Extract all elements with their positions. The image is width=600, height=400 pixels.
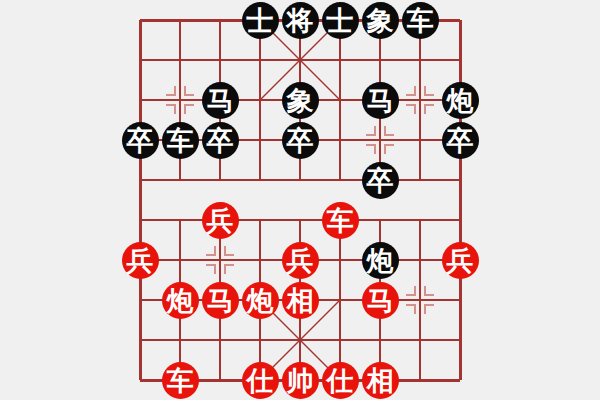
piece-red-soldier[interactable]: 兵 xyxy=(282,242,319,279)
point-marker-corner xyxy=(384,126,394,136)
point-marker-corner xyxy=(206,264,216,274)
point-marker-corner xyxy=(384,144,394,154)
piece-red-king[interactable]: 帅 xyxy=(282,362,319,399)
piece-red-soldier[interactable]: 兵 xyxy=(202,202,239,239)
piece-black-chariot[interactable]: 车 xyxy=(162,122,199,159)
point-marker-corner xyxy=(406,304,416,314)
point-marker-corner xyxy=(366,144,376,154)
piece-red-chariot[interactable]: 车 xyxy=(162,362,199,399)
piece-red-elephant[interactable]: 相 xyxy=(362,362,399,399)
piece-black-advisor[interactable]: 士 xyxy=(242,2,279,39)
piece-black-king[interactable]: 将 xyxy=(282,2,319,39)
piece-black-elephant[interactable]: 象 xyxy=(282,82,319,119)
piece-black-soldier[interactable]: 卒 xyxy=(282,122,319,159)
point-marker-corner xyxy=(224,264,234,274)
point-marker xyxy=(360,120,400,160)
point-marker-corner xyxy=(184,86,194,96)
piece-red-chariot[interactable]: 车 xyxy=(322,202,359,239)
piece-black-horse[interactable]: 马 xyxy=(202,82,239,119)
piece-red-soldier[interactable]: 兵 xyxy=(442,242,479,279)
piece-red-horse[interactable]: 马 xyxy=(202,282,239,319)
xiangqi-app: 士将士象车马象马炮卒车卒卒卒卒兵车兵兵炮兵炮马炮相马车仕帅仕相 xyxy=(0,0,600,400)
piece-red-soldier[interactable]: 兵 xyxy=(122,242,159,279)
piece-black-elephant[interactable]: 象 xyxy=(362,2,399,39)
piece-black-horse[interactable]: 马 xyxy=(362,82,399,119)
piece-black-soldier[interactable]: 卒 xyxy=(202,122,239,159)
piece-red-elephant[interactable]: 相 xyxy=(282,282,319,319)
point-marker xyxy=(400,80,440,120)
piece-black-cannon[interactable]: 炮 xyxy=(442,82,479,119)
piece-red-horse[interactable]: 马 xyxy=(362,282,399,319)
piece-red-advisor[interactable]: 仕 xyxy=(242,362,279,399)
point-marker xyxy=(160,80,200,120)
point-marker-corner xyxy=(366,126,376,136)
point-marker-corner xyxy=(166,86,176,96)
piece-red-cannon[interactable]: 炮 xyxy=(162,282,199,319)
piece-red-advisor[interactable]: 仕 xyxy=(322,362,359,399)
point-marker-corner xyxy=(424,286,434,296)
point-marker-corner xyxy=(224,246,234,256)
piece-black-soldier[interactable]: 卒 xyxy=(122,122,159,159)
point-marker-corner xyxy=(166,104,176,114)
piece-black-cannon[interactable]: 炮 xyxy=(362,242,399,279)
point-marker-corner xyxy=(206,246,216,256)
point-marker-corner xyxy=(424,86,434,96)
piece-black-advisor[interactable]: 士 xyxy=(322,2,359,39)
piece-red-cannon[interactable]: 炮 xyxy=(242,282,279,319)
point-marker-corner xyxy=(424,304,434,314)
point-marker-corner xyxy=(184,104,194,114)
point-marker-corner xyxy=(406,104,416,114)
point-marker-corner xyxy=(424,104,434,114)
point-marker xyxy=(200,240,240,280)
piece-layer: 士将士象车马象马炮卒车卒卒卒卒兵车兵兵炮兵炮马炮相马车仕帅仕相 xyxy=(120,0,480,400)
xiangqi-board: 士将士象车马象马炮卒车卒卒卒卒兵车兵兵炮兵炮马炮相马车仕帅仕相 xyxy=(0,0,600,400)
piece-black-soldier[interactable]: 卒 xyxy=(442,122,479,159)
point-marker-corner xyxy=(406,286,416,296)
point-marker-corner xyxy=(406,86,416,96)
piece-black-soldier[interactable]: 卒 xyxy=(362,162,399,199)
piece-black-chariot[interactable]: 车 xyxy=(402,2,439,39)
point-marker xyxy=(400,280,440,320)
